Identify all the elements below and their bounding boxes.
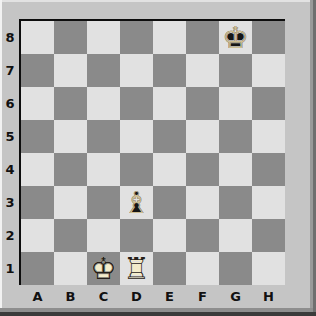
square-h5[interactable]: [252, 120, 285, 153]
black-bishop[interactable]: ♝♗: [120, 186, 153, 219]
square-d2[interactable]: [120, 219, 153, 252]
square-c5[interactable]: [87, 120, 120, 153]
square-g4[interactable]: [219, 153, 252, 186]
square-g6[interactable]: [219, 87, 252, 120]
piece-outline-layer: ♖: [120, 252, 153, 285]
square-c6[interactable]: [87, 87, 120, 120]
square-f1[interactable]: [186, 252, 219, 285]
square-d6[interactable]: [120, 87, 153, 120]
file-label-d: D: [120, 286, 153, 307]
square-d8[interactable]: [120, 21, 153, 54]
file-label-a: A: [21, 286, 54, 307]
square-a5[interactable]: [21, 120, 54, 153]
square-c7[interactable]: [87, 54, 120, 87]
square-d5[interactable]: [120, 120, 153, 153]
chess-board: ♚♔♝♗♚♔♜♖: [19, 19, 285, 285]
square-b5[interactable]: [54, 120, 87, 153]
square-g7[interactable]: [219, 54, 252, 87]
white-king[interactable]: ♚♔: [87, 252, 120, 285]
piece-outline-layer: ♔: [87, 252, 120, 285]
square-b3[interactable]: [54, 186, 87, 219]
square-b8[interactable]: [54, 21, 87, 54]
square-h4[interactable]: [252, 153, 285, 186]
rank-label-4: 4: [1, 153, 19, 186]
rank-label-1: 1: [1, 252, 19, 285]
white-rook[interactable]: ♜♖: [120, 252, 153, 285]
square-e3[interactable]: [153, 186, 186, 219]
square-c8[interactable]: [87, 21, 120, 54]
square-d7[interactable]: [120, 54, 153, 87]
square-f4[interactable]: [186, 153, 219, 186]
rank-label-7: 7: [1, 54, 19, 87]
black-king[interactable]: ♚♔: [219, 21, 252, 54]
square-g2[interactable]: [219, 219, 252, 252]
rank-label-2: 2: [1, 219, 19, 252]
square-e8[interactable]: [153, 21, 186, 54]
square-a8[interactable]: [21, 21, 54, 54]
square-e4[interactable]: [153, 153, 186, 186]
square-g1[interactable]: [219, 252, 252, 285]
square-d1[interactable]: ♜♖: [120, 252, 153, 285]
file-label-b: B: [54, 286, 87, 307]
square-a6[interactable]: [21, 87, 54, 120]
piece-outline-layer: ♔: [219, 21, 252, 54]
square-e2[interactable]: [153, 219, 186, 252]
rank-label-3: 3: [1, 186, 19, 219]
square-d3[interactable]: ♝♗: [120, 186, 153, 219]
square-b7[interactable]: [54, 54, 87, 87]
square-e5[interactable]: [153, 120, 186, 153]
square-h8[interactable]: [252, 21, 285, 54]
square-f2[interactable]: [186, 219, 219, 252]
square-e7[interactable]: [153, 54, 186, 87]
square-f8[interactable]: [186, 21, 219, 54]
square-g3[interactable]: [219, 186, 252, 219]
square-a4[interactable]: [21, 153, 54, 186]
square-c1[interactable]: ♚♔: [87, 252, 120, 285]
square-a1[interactable]: [21, 252, 54, 285]
square-f3[interactable]: [186, 186, 219, 219]
square-a7[interactable]: [21, 54, 54, 87]
file-label-g: G: [219, 286, 252, 307]
square-h6[interactable]: [252, 87, 285, 120]
square-f5[interactable]: [186, 120, 219, 153]
square-g5[interactable]: [219, 120, 252, 153]
square-c3[interactable]: [87, 186, 120, 219]
square-b6[interactable]: [54, 87, 87, 120]
square-a3[interactable]: [21, 186, 54, 219]
square-c2[interactable]: [87, 219, 120, 252]
square-g8[interactable]: ♚♔: [219, 21, 252, 54]
file-label-e: E: [153, 286, 186, 307]
square-b1[interactable]: [54, 252, 87, 285]
square-h2[interactable]: [252, 219, 285, 252]
piece-outline-layer: ♗: [120, 186, 153, 219]
square-h3[interactable]: [252, 186, 285, 219]
square-b4[interactable]: [54, 153, 87, 186]
square-e6[interactable]: [153, 87, 186, 120]
rank-label-6: 6: [1, 87, 19, 120]
square-d4[interactable]: [120, 153, 153, 186]
file-label-f: F: [186, 286, 219, 307]
square-c4[interactable]: [87, 153, 120, 186]
rank-label-5: 5: [1, 120, 19, 153]
square-f6[interactable]: [186, 87, 219, 120]
square-h7[interactable]: [252, 54, 285, 87]
file-label-c: C: [87, 286, 120, 307]
square-f7[interactable]: [186, 54, 219, 87]
file-label-h: H: [252, 286, 285, 307]
square-a2[interactable]: [21, 219, 54, 252]
square-h1[interactable]: [252, 252, 285, 285]
square-e1[interactable]: [153, 252, 186, 285]
rank-label-8: 8: [1, 21, 19, 54]
square-b2[interactable]: [54, 219, 87, 252]
chessboard-frame: ♚♔♝♗♚♔♜♖ 87654321ABCDEFGH: [0, 0, 316, 316]
